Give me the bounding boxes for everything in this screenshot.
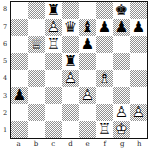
rank-label-3: 3	[0, 87, 10, 104]
square-e8[interactable]	[79, 2, 96, 19]
piece-outline: ♙	[47, 20, 60, 35]
piece-outline: ♗	[98, 71, 111, 86]
square-d8[interactable]	[62, 2, 79, 19]
square-d3[interactable]	[62, 87, 79, 104]
piece-wP-g2[interactable]: ♟♙	[113, 104, 130, 121]
file-label-d: d	[62, 140, 79, 150]
square-a1[interactable]	[11, 121, 28, 138]
file-label-a: a	[10, 140, 27, 150]
square-f8[interactable]	[96, 2, 113, 19]
piece-outline: ♙	[81, 88, 94, 103]
file-label-h: h	[131, 140, 148, 150]
square-g8[interactable]: ♚	[113, 2, 130, 19]
square-e3[interactable]: ♟♙	[79, 87, 96, 104]
piece-outline: ♙	[64, 71, 77, 86]
file-label-f: f	[96, 140, 113, 150]
piece-outline: ♙	[115, 105, 128, 120]
square-b6[interactable]: ♛♕	[28, 36, 45, 53]
square-h8[interactable]	[130, 2, 147, 19]
square-b2[interactable]	[28, 104, 45, 121]
square-e4[interactable]	[79, 70, 96, 87]
square-d2[interactable]	[62, 104, 79, 121]
square-c5[interactable]	[45, 53, 62, 70]
piece-outline: ♙	[132, 105, 145, 120]
piece-bR-d5[interactable]: ♜	[62, 53, 79, 70]
square-g1[interactable]: ♚♔	[113, 121, 130, 138]
square-a8[interactable]	[11, 2, 28, 19]
square-c3[interactable]	[45, 87, 62, 104]
piece-bP-e6[interactable]: ♟	[79, 36, 96, 53]
square-e6[interactable]: ♟	[79, 36, 96, 53]
square-f7[interactable]: ♟	[96, 19, 113, 36]
rank-labels: 87654321	[0, 1, 10, 139]
square-a6[interactable]	[11, 36, 28, 53]
square-g6[interactable]	[113, 36, 130, 53]
square-b7[interactable]	[28, 19, 45, 36]
square-g4[interactable]	[113, 70, 130, 87]
square-h6[interactable]	[130, 36, 147, 53]
rank-label-6: 6	[0, 36, 10, 53]
file-label-g: g	[114, 140, 131, 150]
rank-label-2: 2	[0, 105, 10, 122]
square-c6[interactable]: ♜♖	[45, 36, 62, 53]
piece-bK-g8[interactable]: ♚	[113, 2, 130, 19]
square-e7[interactable]: ♝	[79, 19, 96, 36]
square-e2[interactable]	[79, 104, 96, 121]
square-c4[interactable]	[45, 70, 62, 87]
square-f6[interactable]	[96, 36, 113, 53]
square-d4[interactable]: ♟♙	[62, 70, 79, 87]
square-a4[interactable]	[11, 70, 28, 87]
file-label-b: b	[27, 140, 44, 150]
square-f2[interactable]	[96, 104, 113, 121]
square-f1[interactable]: ♜♖	[96, 121, 113, 138]
square-c7[interactable]: ♟♙	[45, 19, 62, 36]
piece-bB-e7[interactable]: ♝	[79, 19, 96, 36]
square-b3[interactable]	[28, 87, 45, 104]
square-h4[interactable]	[130, 70, 147, 87]
square-b1[interactable]	[28, 121, 45, 138]
piece-wP-h2[interactable]: ♟♙	[130, 104, 147, 121]
square-c8[interactable]: ♜	[45, 2, 62, 19]
square-a5[interactable]	[11, 53, 28, 70]
piece-wB-f4[interactable]: ♝♗	[96, 70, 113, 87]
square-f4[interactable]: ♝♗	[96, 70, 113, 87]
square-g3[interactable]	[113, 87, 130, 104]
piece-wK-g1[interactable]: ♚♔	[113, 121, 130, 138]
piece-bR-c8[interactable]: ♜	[45, 2, 62, 19]
piece-bP-h7[interactable]: ♟	[130, 19, 147, 36]
square-a2[interactable]	[11, 104, 28, 121]
piece-bP-f7[interactable]: ♟	[96, 19, 113, 36]
square-g2[interactable]: ♟♙	[113, 104, 130, 121]
square-e1[interactable]	[79, 121, 96, 138]
square-c1[interactable]	[45, 121, 62, 138]
square-f5[interactable]	[96, 53, 113, 70]
square-a7[interactable]	[11, 19, 28, 36]
piece-bP-g7[interactable]: ♟	[113, 19, 130, 36]
piece-wP-c7[interactable]: ♟♙	[45, 19, 62, 36]
piece-outline: ♖	[98, 122, 111, 137]
square-g5[interactable]	[113, 53, 130, 70]
rank-label-8: 8	[0, 1, 10, 18]
square-b5[interactable]	[28, 53, 45, 70]
square-d7[interactable]: ♛	[62, 19, 79, 36]
square-c2[interactable]	[45, 104, 62, 121]
square-d5[interactable]: ♜	[62, 53, 79, 70]
piece-wQ-b6[interactable]: ♛♕	[28, 36, 45, 53]
piece-wR-f1[interactable]: ♜♖	[96, 121, 113, 138]
chess-diagram: 87654321 ♜♚♟♙♛♝♟♟♟♛♕♜♖♟♜♟♙♝♗♟♟♙♟♙♟♙♜♖♚♔ …	[0, 0, 150, 151]
piece-wP-d4[interactable]: ♟♙	[62, 70, 79, 87]
rank-label-7: 7	[0, 18, 10, 35]
board: ♜♚♟♙♛♝♟♟♟♛♕♜♖♟♜♟♙♝♗♟♟♙♟♙♟♙♜♖♚♔	[10, 1, 148, 139]
file-label-e: e	[79, 140, 96, 150]
square-a3[interactable]: ♟	[11, 87, 28, 104]
square-e5[interactable]	[79, 53, 96, 70]
piece-wP-e3[interactable]: ♟♙	[79, 87, 96, 104]
rank-label-5: 5	[0, 53, 10, 70]
rank-label-4: 4	[0, 70, 10, 87]
square-h5[interactable]	[130, 53, 147, 70]
file-labels: abcdefgh	[10, 140, 148, 150]
piece-outline: ♕	[30, 37, 43, 52]
square-f3[interactable]	[96, 87, 113, 104]
file-label-c: c	[45, 140, 62, 150]
square-d1[interactable]	[62, 121, 79, 138]
piece-outline: ♖	[47, 37, 60, 52]
piece-bP-a3[interactable]: ♟	[11, 87, 28, 104]
square-h1[interactable]	[130, 121, 147, 138]
square-b4[interactable]	[28, 70, 45, 87]
square-g7[interactable]: ♟	[113, 19, 130, 36]
piece-wR-c6[interactable]: ♜♖	[45, 36, 62, 53]
square-h7[interactable]: ♟	[130, 19, 147, 36]
square-h2[interactable]: ♟♙	[130, 104, 147, 121]
rank-label-1: 1	[0, 122, 10, 139]
square-b8[interactable]	[28, 2, 45, 19]
square-d6[interactable]	[62, 36, 79, 53]
piece-bQ-d7[interactable]: ♛	[62, 19, 79, 36]
piece-outline: ♔	[115, 122, 128, 137]
square-h3[interactable]	[130, 87, 147, 104]
